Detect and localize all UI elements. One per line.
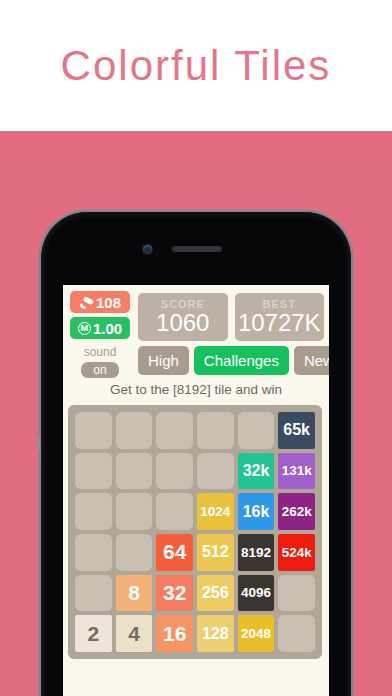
score-row: SCORE 1060 BEST 10727K [138,293,324,341]
powerup-count: 108 [96,294,121,311]
tile-2: 2 [75,615,112,652]
money-value: 1.00 [93,320,122,337]
empty-cell [75,412,112,449]
challenges-button[interactable]: Challenges [194,346,289,375]
hud-left: 108 M 1.00 sound on [70,291,130,378]
empty-cell [238,412,275,449]
new-button[interactable]: New [294,346,329,375]
empty-cell [116,412,153,449]
button-row: High Challenges New [138,346,324,375]
empty-cell [278,615,315,652]
firecracker-icon [79,295,94,310]
tile-8: 8 [116,575,153,612]
high-button[interactable]: High [138,346,189,375]
empty-cell [197,412,234,449]
money-badge[interactable]: M 1.00 [70,317,130,339]
tile-16: 16 [156,615,193,652]
empty-cell [75,453,112,490]
tile-524k: 524k [278,534,315,571]
app-banner: Colorful Tiles [0,0,392,131]
empty-cell [75,493,112,530]
tile-262k: 262k [278,493,315,530]
phone-screen: 108 M 1.00 sound on SCORE 1060 [63,285,329,696]
tile-2048: 2048 [238,615,275,652]
tile-4: 4 [116,615,153,652]
empty-cell [116,534,153,571]
phone-frame: 108 M 1.00 sound on SCORE 1060 [41,212,351,696]
sound-label: sound [70,345,130,359]
tile-32k: 32k [238,453,275,490]
score-value: 1060 [138,310,228,336]
tile-512: 512 [197,534,234,571]
powerup-badge[interactable]: 108 [70,291,130,313]
empty-cell [197,453,234,490]
page-title: Colorful Tiles [61,42,332,90]
hud-right: SCORE 1060 BEST 10727K High Challenges N… [138,293,324,375]
sound-toggle-button[interactable]: on [81,362,119,378]
volume-button [37,437,40,450]
tile-65k: 65k [278,412,315,449]
tile-8192: 8192 [238,534,275,571]
empty-cell [75,534,112,571]
tile-1024: 1024 [197,493,234,530]
goal-text: Get to the [8192] tile and win [63,382,329,397]
empty-cell [75,575,112,612]
empty-cell [116,453,153,490]
best-box: BEST 10727K [235,293,325,341]
tile-131k: 131k [278,453,315,490]
tile-64: 64 [156,534,193,571]
empty-cell [116,493,153,530]
tile-16k: 16k [238,493,275,530]
tile-128: 128 [197,615,234,652]
empty-cell [278,575,315,612]
empty-cell [156,453,193,490]
screenshot-root: Colorful Tiles [0,0,392,696]
best-value: 10727K [235,310,325,336]
speaker-icon [172,246,222,252]
camera-icon [143,245,152,254]
tile-4096: 4096 [238,575,275,612]
tile-256: 256 [197,575,234,612]
game-board[interactable]: 65k32k131k102416k262k645128192524k832256… [68,405,322,659]
empty-cell [156,493,193,530]
tile-32: 32 [156,575,193,612]
empty-cell [156,412,193,449]
coin-m-icon: M [78,322,91,335]
score-box: SCORE 1060 [138,293,228,341]
